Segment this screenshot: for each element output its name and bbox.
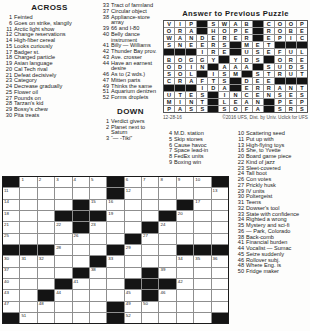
answer-letter-cell: D bbox=[242, 56, 252, 62]
answer-letter-cell: E bbox=[219, 49, 229, 55]
answer-letter-cell: W bbox=[164, 35, 174, 41]
grid-cell-r5c8[interactable] bbox=[125, 222, 141, 232]
grid-cell-r4c12[interactable] bbox=[194, 211, 210, 221]
clue-down-50: 50Fridge maker bbox=[235, 269, 309, 275]
answer-letter-cell: A bbox=[186, 78, 196, 84]
grid-cell-r8c12[interactable]: 35 bbox=[194, 256, 210, 266]
grid-cell-r2c11[interactable] bbox=[177, 188, 193, 198]
grid-cell-r3c10[interactable] bbox=[159, 200, 175, 210]
grid-cell-r6c1[interactable]: 25 bbox=[3, 234, 19, 244]
answer-letter-cell: S bbox=[297, 64, 307, 70]
grid-cell-r11c11[interactable] bbox=[177, 290, 193, 300]
grid-cell-r11c8[interactable]: 45 bbox=[125, 290, 141, 300]
cell-number: 26 bbox=[74, 233, 79, 239]
clue-text: Pita treats bbox=[14, 113, 96, 119]
across-header: ACROSS bbox=[3, 3, 96, 12]
answer-black-cell bbox=[230, 78, 240, 84]
cell-number: 19 bbox=[108, 211, 113, 217]
grid-black-cell bbox=[73, 200, 89, 210]
blank-puzzle-grid: 1234567891011121314151617181920212223242… bbox=[2, 176, 229, 324]
answer-letter-cell: S bbox=[275, 92, 285, 98]
grid-cell-r13c5[interactable] bbox=[73, 313, 89, 323]
grid-cell-r1c8[interactable]: 6 bbox=[125, 177, 141, 187]
crossword-page: { "game": "crossword", "meta": { "across… bbox=[0, 0, 310, 331]
answer-letter-cell: G bbox=[197, 56, 207, 62]
cell-number: 7 bbox=[143, 177, 145, 183]
answer-letter-cell: O bbox=[275, 56, 285, 62]
grid-cell-r6c5[interactable]: 26 bbox=[73, 234, 89, 244]
grid-cell-r2c6[interactable] bbox=[90, 188, 106, 198]
answer-letter-cell: A bbox=[175, 35, 185, 41]
grid-black-cell bbox=[142, 290, 158, 300]
answer-letter-cell: R bbox=[264, 85, 274, 91]
grid-black-cell bbox=[107, 245, 123, 255]
grid-black-cell bbox=[212, 177, 228, 187]
grid-cell-r2c1[interactable]: 11 bbox=[3, 188, 19, 198]
grid-cell-r9c12[interactable] bbox=[194, 268, 210, 278]
cell-number: 32 bbox=[39, 256, 44, 262]
grid-cell-r9c10[interactable]: 39 bbox=[159, 268, 175, 278]
clue-number: 9 bbox=[163, 160, 174, 166]
answer-letter-cell: O bbox=[275, 28, 285, 34]
grid-cell-r11c5[interactable] bbox=[73, 290, 89, 300]
grid-cell-r6c12[interactable] bbox=[194, 234, 210, 244]
across-clues-33-52: 33Tract of farmland37Circular object38Ap… bbox=[100, 3, 161, 101]
answer-black-cell bbox=[219, 56, 229, 62]
answer-letter-cell: G bbox=[186, 56, 196, 62]
answer-letter-cell: D bbox=[175, 64, 185, 70]
answer-black-cell bbox=[208, 99, 218, 105]
grid-cell-r4c1[interactable]: 18 bbox=[3, 211, 19, 221]
grid-black-cell bbox=[3, 245, 19, 255]
answer-letter-cell: D bbox=[197, 35, 207, 41]
answer-letter-cell: E bbox=[297, 28, 307, 34]
answer-letter-cell: C bbox=[242, 92, 252, 98]
grid-cell-r2c4[interactable] bbox=[55, 188, 71, 198]
cell-number: 44 bbox=[56, 290, 61, 296]
cell-number: 37 bbox=[4, 267, 9, 273]
answer-letter-cell: N bbox=[264, 92, 274, 98]
grid-cell-r5c3[interactable] bbox=[38, 222, 54, 232]
grid-black-cell bbox=[125, 279, 141, 289]
grid-cell-r10c7[interactable] bbox=[107, 279, 123, 289]
grid-cell-r10c6[interactable] bbox=[90, 279, 106, 289]
grid-cell-r11c7[interactable] bbox=[107, 290, 123, 300]
grid-black-cell bbox=[73, 211, 89, 221]
answer-black-cell bbox=[253, 35, 263, 41]
grid-cell-r5c7[interactable] bbox=[107, 222, 123, 232]
grid-cell-r9c2[interactable] bbox=[20, 268, 36, 278]
grid-cell-r2c2[interactable] bbox=[20, 188, 36, 198]
grid-cell-r12c11[interactable] bbox=[177, 302, 193, 312]
grid-cell-r8c11[interactable]: 34 bbox=[177, 256, 193, 266]
grid-cell-r3c12[interactable]: 17 bbox=[194, 200, 210, 210]
grid-cell-r5c12[interactable] bbox=[194, 222, 210, 232]
answer-letter-cell: S bbox=[164, 71, 174, 77]
answer-letter-cell: E bbox=[297, 56, 307, 62]
grid-cell-r10c13[interactable] bbox=[212, 279, 228, 289]
grid-cell-r11c10[interactable]: 46 bbox=[159, 290, 175, 300]
answer-black-cell bbox=[164, 85, 174, 91]
grid-cell-r12c8[interactable]: 49 bbox=[125, 302, 141, 312]
cell-number: 20 bbox=[178, 211, 183, 217]
grid-cell-r13c2[interactable]: 51 bbox=[20, 313, 36, 323]
grid-cell-r3c3[interactable] bbox=[38, 200, 54, 210]
grid-cell-r5c1[interactable]: 21 bbox=[3, 222, 19, 232]
answer-letter-cell: E bbox=[253, 92, 263, 98]
answer-to-previous-puzzle: Answer to Previous Puzzle VIPSWABCOOPORA… bbox=[163, 9, 308, 121]
answer-black-cell bbox=[197, 21, 207, 27]
grid-cell-r9c8[interactable] bbox=[125, 268, 141, 278]
grid-cell-r4c8[interactable] bbox=[125, 211, 141, 221]
grid-cell-r2c5[interactable] bbox=[73, 188, 89, 198]
answer-letter-cell: N bbox=[197, 64, 207, 70]
grid-cell-r8c3[interactable]: 32 bbox=[38, 256, 54, 266]
answer-letter-cell: I bbox=[186, 64, 196, 70]
grid-cell-r10c11[interactable]: 42 bbox=[177, 279, 193, 289]
grid-black-cell bbox=[55, 211, 71, 221]
cell-number: 46 bbox=[160, 290, 165, 296]
answer-letter-cell: N bbox=[186, 99, 196, 105]
grid-cell-r11c4[interactable]: 44 bbox=[55, 290, 71, 300]
answer-letter-cell: A bbox=[253, 106, 263, 112]
grid-cell-r8c9[interactable] bbox=[142, 256, 158, 266]
grid-black-cell bbox=[159, 279, 175, 289]
answer-letter-cell: O bbox=[275, 21, 285, 27]
grid-cell-r1c4[interactable]: 3 bbox=[55, 177, 71, 187]
grid-cell-r1c10[interactable]: 8 bbox=[159, 177, 175, 187]
grid-cell-r12c9[interactable]: 50 bbox=[142, 302, 158, 312]
cell-number: 15 bbox=[91, 199, 96, 205]
grid-cell-r1c11[interactable]: 9 bbox=[177, 177, 193, 187]
grid-cell-r7c5[interactable] bbox=[73, 245, 89, 255]
answer-letter-cell: S bbox=[264, 64, 274, 70]
grid-cell-r12c4[interactable] bbox=[55, 302, 71, 312]
answer-letter-cell: S bbox=[253, 49, 263, 55]
cell-number: 28 bbox=[56, 245, 61, 251]
clue-across-52: 52Forms droplets bbox=[100, 95, 161, 101]
clue-down-3: 3“— -Tiki” bbox=[100, 136, 161, 142]
answer-letter-cell: U bbox=[286, 71, 296, 77]
grid-cell-r6c9[interactable]: 27 bbox=[142, 234, 158, 244]
answer-black-cell bbox=[297, 42, 307, 48]
answer-letter-cell: I bbox=[175, 99, 185, 105]
answer-black-cell bbox=[275, 42, 285, 48]
answer-letter-cell: E bbox=[186, 42, 196, 48]
grid-cell-r12c3[interactable]: 48 bbox=[38, 302, 54, 312]
grid-cell-r8c1[interactable]: 30 bbox=[3, 256, 19, 266]
answer-letter-cell: U bbox=[275, 64, 285, 70]
grid-cell-r1c5[interactable]: 4 bbox=[73, 177, 89, 187]
answer-letter-cell: B bbox=[242, 21, 252, 27]
grid-cell-r1c6[interactable]: 5 bbox=[90, 177, 106, 187]
cell-number: 40 bbox=[4, 279, 9, 285]
cell-number: 27 bbox=[143, 233, 148, 239]
grid-cell-r7c9[interactable] bbox=[142, 245, 158, 255]
cell-number: 16 bbox=[108, 199, 113, 205]
answer-letter-cell: O bbox=[219, 28, 229, 34]
grid-cell-r12c6[interactable] bbox=[90, 302, 106, 312]
grid-cell-r2c8[interactable]: 12 bbox=[125, 188, 141, 198]
grid-cell-r3c8[interactable] bbox=[125, 200, 141, 210]
answer-letter-cell: A bbox=[219, 64, 229, 70]
answer-black-cell bbox=[286, 78, 296, 84]
grid-cell-r11c2[interactable] bbox=[20, 290, 36, 300]
grid-cell-r10c3[interactable] bbox=[38, 279, 54, 289]
grid-cell-r5c13[interactable] bbox=[212, 222, 228, 232]
answer-letter-cell: S bbox=[197, 106, 207, 112]
cell-number: 17 bbox=[195, 199, 200, 205]
grid-black-cell bbox=[38, 290, 54, 300]
answer-letter-cell: D bbox=[242, 78, 252, 84]
grid-cell-r1c2[interactable]: 1 bbox=[20, 177, 36, 187]
answer-letter-cell: R bbox=[175, 78, 185, 84]
answer-letter-cell: O bbox=[286, 21, 296, 27]
grid-cell-r2c13[interactable]: 13 bbox=[212, 188, 228, 198]
answer-letter-cell: S bbox=[253, 71, 263, 77]
answer-letter-cell: E bbox=[242, 28, 252, 34]
grid-cell-r2c9[interactable] bbox=[142, 188, 158, 198]
answer-letter-cell: S bbox=[297, 106, 307, 112]
grid-cell-r8c8[interactable] bbox=[125, 256, 141, 266]
grid-cell-r8c13[interactable]: 36 bbox=[212, 256, 228, 266]
grid-black-cell bbox=[55, 279, 71, 289]
answer-letter-cell: S bbox=[297, 92, 307, 98]
grid-cell-r1c9[interactable]: 7 bbox=[142, 177, 158, 187]
cell-number: 41 bbox=[74, 279, 79, 285]
answer-letter-cell: F bbox=[197, 78, 207, 84]
grid-cell-r10c2[interactable] bbox=[20, 279, 36, 289]
answer-letter-cell: E bbox=[286, 92, 296, 98]
grid-cell-r1c3[interactable]: 2 bbox=[38, 177, 54, 187]
grid-cell-r9c13[interactable] bbox=[212, 268, 228, 278]
answer-letter-cell: M bbox=[164, 99, 174, 105]
answer-letter-cell: P bbox=[186, 21, 196, 27]
answer-letter-cell: E bbox=[286, 99, 296, 105]
answer-black-cell bbox=[186, 49, 196, 55]
grid-cell-r2c3[interactable] bbox=[38, 188, 54, 198]
across-clues-column-2: 33Tract of farmland37Circular object38Ap… bbox=[100, 3, 161, 142]
grid-cell-r4c9[interactable] bbox=[142, 211, 158, 221]
cell-number: 39 bbox=[160, 267, 165, 273]
answer-letter-cell: R bbox=[242, 35, 252, 41]
answer-letter-cell: N bbox=[175, 42, 185, 48]
answer-letter-cell: E bbox=[208, 35, 218, 41]
grid-cell-r4c7[interactable]: 19 bbox=[107, 211, 123, 221]
down-clues-10-50-column: 10Scattering seed11Put up with13High-fly… bbox=[235, 131, 309, 275]
answer-letter-cell: I bbox=[208, 71, 218, 77]
answer-letter-cell: A bbox=[175, 106, 185, 112]
grid-cell-r9c6[interactable]: 38 bbox=[90, 268, 106, 278]
grid-cell-r3c13[interactable] bbox=[212, 200, 228, 210]
grid-cell-r4c13[interactable] bbox=[212, 211, 228, 221]
grid-cell-r5c10[interactable]: 24 bbox=[159, 222, 175, 232]
grid-cell-r1c12[interactable]: 10 bbox=[194, 177, 210, 187]
answer-letter-cell: E bbox=[230, 35, 240, 41]
grid-cell-r6c2[interactable] bbox=[20, 234, 36, 244]
copyright-text: ©2016 UFS, Dist. by Univ. Uclick for UFS bbox=[222, 115, 308, 121]
answer-black-cell bbox=[264, 99, 274, 105]
answer-letter-cell: T bbox=[264, 42, 274, 48]
answer-letter-cell: R bbox=[219, 35, 229, 41]
grid-cell-r8c5[interactable] bbox=[73, 256, 89, 266]
grid-cell-r5c11[interactable] bbox=[177, 222, 193, 232]
answer-letter-cell: Y bbox=[230, 56, 240, 62]
answer-letter-cell: M bbox=[242, 42, 252, 48]
cell-number: 51 bbox=[21, 313, 26, 319]
clue-text: Fridge maker bbox=[246, 269, 309, 275]
cell-number: 47 bbox=[4, 301, 9, 307]
grid-cell-r3c9[interactable] bbox=[142, 200, 158, 210]
grid-cell-r12c5[interactable] bbox=[73, 302, 89, 312]
answer-letter-cell: M bbox=[230, 71, 240, 77]
answer-black-cell bbox=[208, 64, 218, 70]
down-clues-4-9-column: 4M.D. station5Skip stones6Cause havoc7Sp… bbox=[163, 131, 229, 166]
answer-letter-cell: F bbox=[275, 49, 285, 55]
grid-cell-r13c9[interactable] bbox=[142, 313, 158, 323]
cell-number: 36 bbox=[213, 256, 218, 262]
answer-letter-cell: T bbox=[297, 71, 307, 77]
down-clues-10-50: 10Scattering seed11Put up with13High-fly… bbox=[235, 131, 309, 275]
answer-letter-cell: B bbox=[164, 56, 174, 62]
cell-number: 38 bbox=[91, 267, 96, 273]
grid-cell-r6c4[interactable] bbox=[55, 234, 71, 244]
grid-cell-r11c6[interactable] bbox=[90, 290, 106, 300]
answer-black-cell bbox=[297, 78, 307, 84]
grid-cell-r3c7[interactable]: 16 bbox=[107, 200, 123, 210]
grid-cell-r8c2[interactable]: 31 bbox=[20, 256, 36, 266]
grid-cell-r11c1[interactable]: 43 bbox=[3, 290, 19, 300]
clue-text: Forms droplets bbox=[111, 95, 161, 101]
grid-cell-r13c4[interactable] bbox=[55, 313, 71, 323]
grid-cell-r3c4[interactable] bbox=[55, 200, 71, 210]
grid-cell-r6c3[interactable] bbox=[38, 234, 54, 244]
grid-cell-r5c6[interactable]: 23 bbox=[90, 222, 106, 232]
answer-letter-cell: W bbox=[219, 21, 229, 27]
grid-cell-r6c11[interactable] bbox=[177, 234, 193, 244]
down-clues-1-3: 1Verdict givers2Planet next to Saturn3“—… bbox=[100, 119, 161, 142]
answer-black-cell bbox=[242, 71, 252, 77]
answer-black-cell bbox=[230, 42, 240, 48]
answer-black-cell bbox=[264, 56, 274, 62]
answer-black-cell bbox=[197, 71, 207, 77]
grid-cell-r5c4[interactable]: 22 bbox=[55, 222, 71, 232]
answer-letter-cell: O bbox=[230, 106, 240, 112]
answer-letter-cell: C bbox=[297, 35, 307, 41]
grid-cell-r13c8[interactable]: 52 bbox=[125, 313, 141, 323]
grid-cell-r10c12[interactable] bbox=[194, 279, 210, 289]
answer-letter-cell: T bbox=[197, 99, 207, 105]
grid-cell-r8c10[interactable] bbox=[159, 256, 175, 266]
grid-cell-r7c6[interactable] bbox=[90, 245, 106, 255]
answer-black-cell bbox=[264, 106, 274, 112]
grid-cell-r9c3[interactable] bbox=[38, 268, 54, 278]
grid-black-cell bbox=[73, 222, 89, 232]
grid-cell-r7c10[interactable] bbox=[159, 245, 175, 255]
answer-letter-cell: I bbox=[197, 85, 207, 91]
answer-letter-cell: B bbox=[286, 28, 296, 34]
grid-black-cell bbox=[142, 222, 158, 232]
grid-cell-r10c5[interactable]: 41 bbox=[73, 279, 89, 289]
cell-number: 21 bbox=[4, 222, 9, 228]
grid-cell-r12c10[interactable] bbox=[159, 302, 175, 312]
answer-letter-cell: H bbox=[208, 28, 218, 34]
answer-letter-cell: L bbox=[219, 99, 229, 105]
answer-letter-cell: C bbox=[164, 78, 174, 84]
grid-cell-r7c8[interactable]: 29 bbox=[125, 245, 141, 255]
grid-cell-r13c6[interactable] bbox=[90, 313, 106, 323]
grid-cell-r3c1[interactable]: 14 bbox=[3, 200, 19, 210]
grid-cell-r13c10[interactable] bbox=[159, 313, 175, 323]
grid-cell-r13c3[interactable] bbox=[38, 313, 54, 323]
answer-letter-cell: R bbox=[264, 28, 274, 34]
grid-cell-r12c12[interactable] bbox=[194, 302, 210, 312]
grid-black-cell bbox=[107, 188, 123, 198]
answer-black-cell bbox=[175, 85, 185, 91]
grid-cell-r3c6[interactable]: 15 bbox=[90, 200, 106, 210]
grid-cell-r6c13[interactable] bbox=[212, 234, 228, 244]
answer-letter-cell: O bbox=[164, 28, 174, 34]
answer-black-cell bbox=[230, 85, 240, 91]
grid-cell-r12c2[interactable] bbox=[20, 302, 36, 312]
answer-letter-cell: P bbox=[164, 106, 174, 112]
grid-cell-r4c11[interactable]: 20 bbox=[177, 211, 193, 221]
grid-cell-r9c11[interactable] bbox=[177, 268, 193, 278]
grid-cell-r11c13[interactable] bbox=[212, 290, 228, 300]
grid-cell-r9c4[interactable] bbox=[55, 268, 71, 278]
grid-cell-r8c4[interactable] bbox=[55, 256, 71, 266]
grid-black-cell bbox=[107, 177, 123, 187]
grid-cell-r6c10[interactable] bbox=[159, 234, 175, 244]
cell-number: 30 bbox=[4, 256, 9, 262]
grid-cell-r7c4[interactable]: 28 bbox=[55, 245, 71, 255]
grid-cell-r4c3[interactable] bbox=[38, 211, 54, 221]
grid-cell-r5c2[interactable] bbox=[20, 222, 36, 232]
grid-cell-r3c2[interactable] bbox=[20, 200, 36, 210]
cell-number: 49 bbox=[126, 301, 131, 307]
grid-black-cell bbox=[142, 268, 158, 278]
answer-letter-cell: R bbox=[253, 85, 263, 91]
cell-number: 5 bbox=[91, 177, 93, 183]
cell-number: 22 bbox=[56, 222, 61, 228]
answer-letter-cell: P bbox=[275, 35, 285, 41]
grid-cell-r8c7[interactable]: 33 bbox=[107, 256, 123, 266]
cell-number: 14 bbox=[4, 199, 9, 205]
grid-cell-r9c1[interactable]: 37 bbox=[3, 268, 19, 278]
grid-cell-r6c6[interactable] bbox=[90, 234, 106, 244]
answer-letter-cell: E bbox=[264, 35, 274, 41]
answer-black-cell bbox=[208, 106, 218, 112]
answer-letter-cell: S bbox=[219, 71, 229, 77]
puzzle-date: 12-28-16 bbox=[163, 115, 182, 121]
clue-text: “— -Tiki” bbox=[111, 136, 161, 142]
grid-cell-r11c12[interactable] bbox=[194, 290, 210, 300]
grid-cell-r12c13[interactable] bbox=[212, 302, 228, 312]
grid-cell-r2c12[interactable] bbox=[194, 188, 210, 198]
grid-cell-r9c7[interactable] bbox=[107, 268, 123, 278]
grid-cell-r4c2[interactable] bbox=[20, 211, 36, 221]
grid-black-cell bbox=[142, 279, 158, 289]
grid-cell-r6c7[interactable] bbox=[107, 234, 123, 244]
grid-cell-r12c1[interactable]: 47 bbox=[3, 302, 19, 312]
grid-cell-r2c10[interactable] bbox=[159, 188, 175, 198]
grid-cell-r10c1[interactable]: 40 bbox=[3, 279, 19, 289]
answer-letter-cell: L bbox=[297, 49, 307, 55]
answer-letter-cell: I bbox=[175, 21, 185, 27]
answer-letter-cell: P bbox=[275, 99, 285, 105]
grid-cell-r13c11[interactable] bbox=[177, 313, 193, 323]
grid-cell-r13c12[interactable] bbox=[194, 313, 210, 323]
